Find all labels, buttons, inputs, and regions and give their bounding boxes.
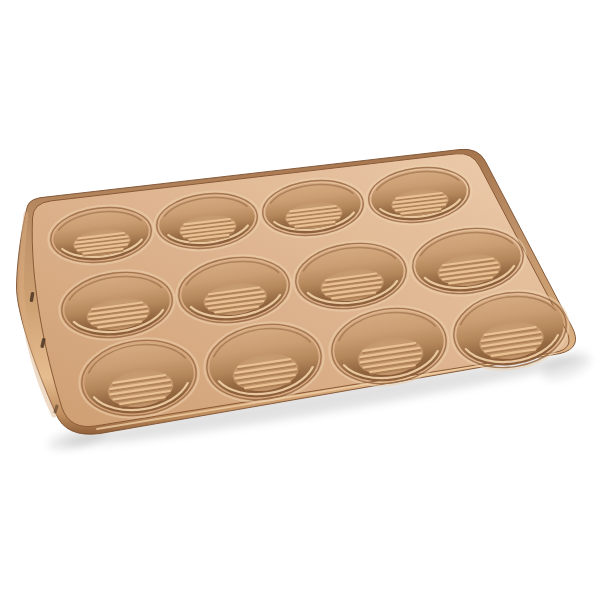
muffin-pan-image bbox=[0, 0, 600, 600]
product-photo bbox=[0, 0, 600, 600]
